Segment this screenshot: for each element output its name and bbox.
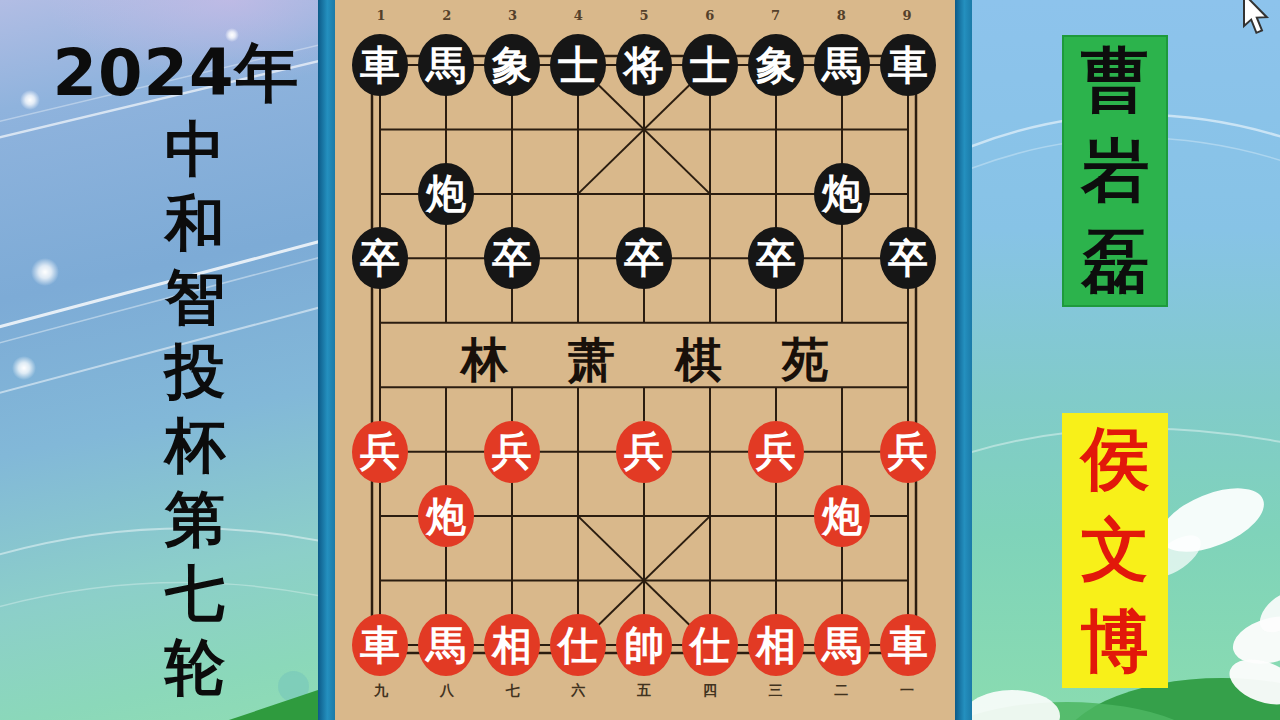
piece-red-兵-c3r6[interactable]: 兵 [484, 421, 540, 483]
piece-black-象-c3r0[interactable]: 象 [484, 34, 540, 96]
piece-black-将-c5r0[interactable]: 将 [616, 34, 672, 96]
file-number-bottom-1: 九 [370, 682, 392, 700]
piece-black-炮-c8r2[interactable]: 炮 [814, 163, 870, 225]
piece-red-帥-c5r9[interactable]: 帥 [616, 614, 672, 676]
file-number-bottom-5: 五 [633, 682, 655, 700]
left-title-panel: 2024年 中和智投杯第七轮 [0, 0, 318, 720]
file-number-top-1: 1 [370, 8, 392, 23]
river-char-4: 苑 [782, 329, 829, 392]
river-char-3: 棋 [675, 329, 722, 392]
piece-red-仕-c4r9[interactable]: 仕 [550, 614, 606, 676]
thumbnail-stage: 2024年 中和智投杯第七轮 [0, 0, 1280, 720]
red-player-name-char-2: 文 [1081, 506, 1149, 594]
piece-red-兵-c1r6[interactable]: 兵 [352, 421, 408, 483]
piece-black-車-c9r0[interactable]: 車 [880, 34, 936, 96]
red-side-file-numbers: 九八七六五四三二一 [370, 682, 918, 700]
black-player-name-char-2: 岩 [1081, 127, 1149, 215]
file-number-bottom-3: 七 [502, 682, 524, 700]
file-number-top-3: 3 [502, 8, 524, 23]
piece-black-卒-c1r3[interactable]: 卒 [352, 227, 408, 289]
piece-red-車-c9r9[interactable]: 車 [880, 614, 936, 676]
event-char-8: 轮 [160, 630, 230, 704]
piece-black-車-c1r0[interactable]: 車 [352, 34, 408, 96]
file-number-top-4: 4 [567, 8, 589, 23]
piece-black-卒-c3r3[interactable]: 卒 [484, 227, 540, 289]
piece-red-馬-c8r9[interactable]: 馬 [814, 614, 870, 676]
file-number-top-8: 8 [830, 8, 852, 23]
piece-black-馬-c8r0[interactable]: 馬 [814, 34, 870, 96]
river-char-1: 林 [461, 329, 508, 392]
black-player-name-box: 曹岩磊 [1062, 35, 1168, 307]
piece-red-相-c3r9[interactable]: 相 [484, 614, 540, 676]
piece-red-兵-c5r6[interactable]: 兵 [616, 421, 672, 483]
file-number-top-5: 5 [633, 8, 655, 23]
file-number-top-6: 6 [699, 8, 721, 23]
file-number-bottom-9: 一 [896, 682, 918, 700]
piece-red-相-c7r9[interactable]: 相 [748, 614, 804, 676]
mouse-cursor-icon [1240, 0, 1274, 38]
piece-red-車-c1r9[interactable]: 車 [352, 614, 408, 676]
right-players-panel: 曹岩磊 侯文博 [972, 0, 1280, 720]
file-number-bottom-6: 四 [699, 682, 721, 700]
file-number-bottom-7: 三 [765, 682, 787, 700]
event-char-3: 智 [160, 260, 230, 334]
event-char-4: 投 [160, 334, 230, 408]
river-char-2: 萧 [568, 329, 615, 392]
piece-red-兵-c9r6[interactable]: 兵 [880, 421, 936, 483]
black-player-name-char-3: 磊 [1081, 218, 1149, 306]
file-number-bottom-2: 八 [436, 682, 458, 700]
piece-black-卒-c7r3[interactable]: 卒 [748, 227, 804, 289]
red-player-name-box: 侯文博 [1062, 413, 1168, 688]
event-char-2: 和 [160, 186, 230, 260]
right-board-divider [955, 0, 972, 720]
red-player-name-char-3: 博 [1081, 598, 1149, 686]
xiangqi-board[interactable]: 123456789 九八七六五四三二一 林萧棋苑 車馬象士将士象馬車炮炮卒卒卒卒… [335, 0, 955, 720]
piece-black-馬-c2r0[interactable]: 馬 [418, 34, 474, 96]
piece-red-馬-c2r9[interactable]: 馬 [418, 614, 474, 676]
piece-black-卒-c9r3[interactable]: 卒 [880, 227, 936, 289]
file-number-top-7: 7 [765, 8, 787, 23]
event-year-title: 2024年 [0, 30, 318, 117]
piece-black-象-c7r0[interactable]: 象 [748, 34, 804, 96]
event-name-vertical: 中和智投杯第七轮 [160, 112, 230, 704]
piece-red-炮-c8r7[interactable]: 炮 [814, 485, 870, 547]
black-player-name-char-1: 曹 [1081, 36, 1149, 124]
event-char-7: 七 [160, 556, 230, 630]
black-side-file-numbers: 123456789 [370, 8, 918, 23]
piece-black-士-c4r0[interactable]: 士 [550, 34, 606, 96]
piece-black-卒-c5r3[interactable]: 卒 [616, 227, 672, 289]
file-number-bottom-8: 二 [830, 682, 852, 700]
file-number-top-2: 2 [436, 8, 458, 23]
piece-red-炮-c2r7[interactable]: 炮 [418, 485, 474, 547]
piece-black-炮-c2r2[interactable]: 炮 [418, 163, 474, 225]
file-number-bottom-4: 六 [567, 682, 589, 700]
piece-red-兵-c7r6[interactable]: 兵 [748, 421, 804, 483]
event-char-5: 杯 [160, 408, 230, 482]
river-studio-text: 林萧棋苑 [335, 329, 955, 392]
left-board-divider [318, 0, 335, 720]
event-char-6: 第 [160, 482, 230, 556]
event-char-1: 中 [160, 112, 230, 186]
piece-black-士-c6r0[interactable]: 士 [682, 34, 738, 96]
file-number-top-9: 9 [896, 8, 918, 23]
red-player-name-char-1: 侯 [1081, 415, 1149, 503]
piece-red-仕-c6r9[interactable]: 仕 [682, 614, 738, 676]
